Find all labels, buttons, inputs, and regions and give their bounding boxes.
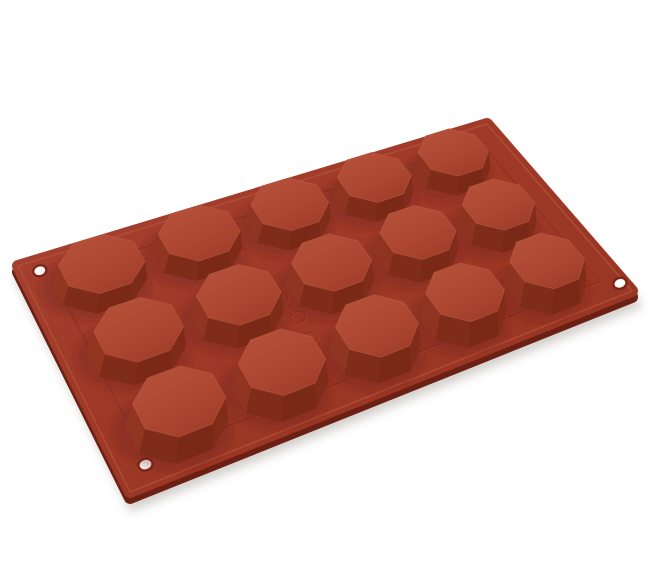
silicone-mold-photo bbox=[0, 0, 657, 572]
bump-top-face bbox=[251, 178, 329, 231]
product-photo bbox=[0, 0, 657, 572]
